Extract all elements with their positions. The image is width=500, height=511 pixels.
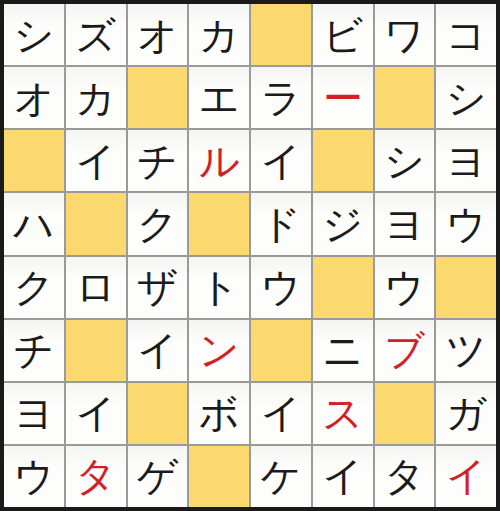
letter-cell-r3c8[interactable]: ヨ [436, 130, 496, 191]
blocked-cell-r3c1 [4, 130, 64, 191]
letter-cell-r6c3[interactable]: イ [128, 320, 188, 381]
letter-cell-r3c3[interactable]: チ [128, 130, 188, 191]
letter-cell-r7c5[interactable]: イ [251, 383, 311, 444]
letter-cell-r7c8[interactable]: ガ [436, 383, 496, 444]
blocked-cell-r7c3 [128, 383, 188, 444]
blocked-cell-r4c4 [189, 193, 249, 254]
letter-cell-r4c8[interactable]: ウ [436, 193, 496, 254]
blocked-cell-r8c4 [189, 446, 249, 507]
letter-cell-r5c5[interactable]: ウ [251, 257, 311, 318]
letter-cell-r1c1[interactable]: シ [4, 4, 64, 65]
blocked-cell-r2c3 [128, 67, 188, 128]
letter-cell-r3c2[interactable]: イ [66, 130, 126, 191]
letter-cell-r8c8-red[interactable]: イ [436, 446, 496, 507]
letter-cell-r8c3[interactable]: ゲ [128, 446, 188, 507]
letter-cell-r7c6-red[interactable]: ス [313, 383, 373, 444]
letter-cell-r8c6[interactable]: イ [313, 446, 373, 507]
blocked-cell-r1c5 [251, 4, 311, 65]
letter-cell-r7c4[interactable]: ボ [189, 383, 249, 444]
letter-cell-r1c2[interactable]: ズ [66, 4, 126, 65]
letter-cell-r8c7[interactable]: タ [375, 446, 435, 507]
letter-cell-r2c8[interactable]: シ [436, 67, 496, 128]
blocked-cell-r4c2 [66, 193, 126, 254]
letter-cell-r1c3[interactable]: オ [128, 4, 188, 65]
letter-cell-r6c1[interactable]: チ [4, 320, 64, 381]
letter-cell-r2c5[interactable]: ラ [251, 67, 311, 128]
letter-cell-r8c2-red[interactable]: タ [66, 446, 126, 507]
blocked-cell-r5c8 [436, 257, 496, 318]
letter-cell-r1c7[interactable]: ワ [375, 4, 435, 65]
blocked-cell-r3c6 [313, 130, 373, 191]
letter-cell-r4c5[interactable]: ド [251, 193, 311, 254]
letter-cell-r1c6[interactable]: ビ [313, 4, 373, 65]
letter-cell-r4c6[interactable]: ジ [313, 193, 373, 254]
letter-cell-r3c7[interactable]: シ [375, 130, 435, 191]
letter-cell-r7c2[interactable]: イ [66, 383, 126, 444]
blocked-cell-r6c5 [251, 320, 311, 381]
letter-cell-r6c6[interactable]: ニ [313, 320, 373, 381]
letter-cell-r5c3[interactable]: ザ [128, 257, 188, 318]
letter-cell-r5c2[interactable]: ロ [66, 257, 126, 318]
letter-cell-r4c7[interactable]: ヨ [375, 193, 435, 254]
letter-cell-r2c2[interactable]: カ [66, 67, 126, 128]
letter-cell-r6c7-red[interactable]: ブ [375, 320, 435, 381]
letter-cell-r6c4-red[interactable]: ン [189, 320, 249, 381]
letter-cell-r4c3[interactable]: ク [128, 193, 188, 254]
letter-cell-r8c1[interactable]: ウ [4, 446, 64, 507]
letter-cell-r7c1[interactable]: ヨ [4, 383, 64, 444]
letter-cell-r3c4-red[interactable]: ル [189, 130, 249, 191]
letter-cell-r2c6-red[interactable]: ー [313, 67, 373, 128]
letter-cell-r6c8[interactable]: ツ [436, 320, 496, 381]
letter-cell-r5c7[interactable]: ウ [375, 257, 435, 318]
letter-cell-r1c4[interactable]: カ [189, 4, 249, 65]
blocked-cell-r7c7 [375, 383, 435, 444]
letter-cell-r4c1[interactable]: ハ [4, 193, 64, 254]
letter-cell-r8c5[interactable]: ケ [251, 446, 311, 507]
letter-cell-r1c8[interactable]: コ [436, 4, 496, 65]
letter-cell-r2c4[interactable]: エ [189, 67, 249, 128]
letter-cell-r2c1[interactable]: オ [4, 67, 64, 128]
crossword-board: シズオカビワコオカエラーシイチルイシヨハクドジヨウクロザトウウチインニブツヨイボ… [0, 0, 500, 511]
blocked-cell-r5c6 [313, 257, 373, 318]
letter-cell-r5c1[interactable]: ク [4, 257, 64, 318]
letter-cell-r5c4[interactable]: ト [189, 257, 249, 318]
blocked-cell-r2c7 [375, 67, 435, 128]
blocked-cell-r6c2 [66, 320, 126, 381]
letter-cell-r3c5[interactable]: イ [251, 130, 311, 191]
